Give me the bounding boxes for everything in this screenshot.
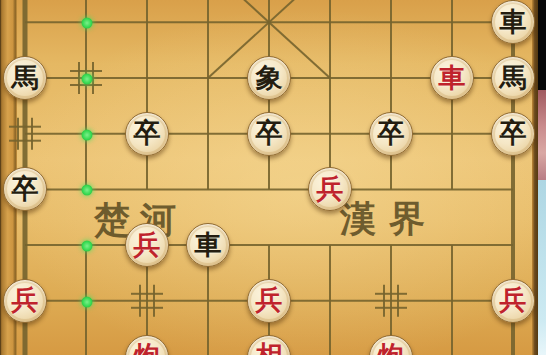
move-hint-dot-b1[interactable] <box>82 18 93 29</box>
piece-black-chariot-d5[interactable]: 車 <box>186 223 230 267</box>
piece-black-elephant-e2[interactable]: 象 <box>247 56 291 100</box>
piece-black-pawn-i3[interactable]: 卒 <box>491 112 535 156</box>
black-elephant-glyph: 象 <box>256 64 283 91</box>
xiangqi-board: 楚河 漢界 車馬象車馬卒卒卒卒卒兵兵車兵兵兵炮相炮 <box>0 0 546 355</box>
piece-black-horse-a2[interactable]: 馬 <box>3 56 47 100</box>
red-chariot-glyph: 車 <box>439 64 466 91</box>
red-elephant-glyph: 相 <box>256 342 283 355</box>
piece-black-pawn-e3[interactable]: 卒 <box>247 112 291 156</box>
piece-red-pawn-a6[interactable]: 兵 <box>3 279 47 323</box>
black-horse-glyph: 馬 <box>12 64 39 91</box>
river-label-han-jie: 漢界 <box>340 200 438 236</box>
piece-red-pawn-i6[interactable]: 兵 <box>491 279 535 323</box>
piece-black-pawn-g3[interactable]: 卒 <box>369 112 413 156</box>
piece-red-chariot-h2[interactable]: 車 <box>430 56 474 100</box>
move-hint-dot-b4[interactable] <box>82 185 93 196</box>
black-pawn-glyph: 卒 <box>500 119 527 146</box>
piece-black-horse-i2[interactable]: 馬 <box>491 56 535 100</box>
red-pawn-glyph: 兵 <box>500 286 527 313</box>
piece-red-pawn-e6[interactable]: 兵 <box>247 279 291 323</box>
black-chariot-glyph: 車 <box>500 8 527 35</box>
black-pawn-glyph: 卒 <box>12 175 39 202</box>
move-hint-dot-b6[interactable] <box>82 296 93 307</box>
piece-black-pawn-a4[interactable]: 卒 <box>3 167 47 211</box>
black-horse-glyph: 馬 <box>500 64 527 91</box>
red-pawn-glyph: 兵 <box>134 231 161 258</box>
black-pawn-glyph: 卒 <box>256 119 283 146</box>
red-cannon-glyph: 炮 <box>134 342 161 355</box>
black-pawn-glyph: 卒 <box>134 119 161 146</box>
move-hint-dot-b3[interactable] <box>82 129 93 140</box>
piece-black-pawn-c3[interactable]: 卒 <box>125 112 169 156</box>
piece-black-chariot-i1[interactable]: 車 <box>491 0 535 44</box>
red-pawn-glyph: 兵 <box>12 286 39 313</box>
move-hint-dot-b2[interactable] <box>82 74 93 85</box>
red-cannon-glyph: 炮 <box>378 342 405 355</box>
piece-red-pawn-c5[interactable]: 兵 <box>125 223 169 267</box>
piece-red-pawn-f4[interactable]: 兵 <box>308 167 352 211</box>
move-hint-dot-b5[interactable] <box>82 241 93 252</box>
black-chariot-glyph: 車 <box>195 231 222 258</box>
red-pawn-glyph: 兵 <box>317 175 344 202</box>
black-pawn-glyph: 卒 <box>378 119 405 146</box>
red-pawn-glyph: 兵 <box>256 286 283 313</box>
